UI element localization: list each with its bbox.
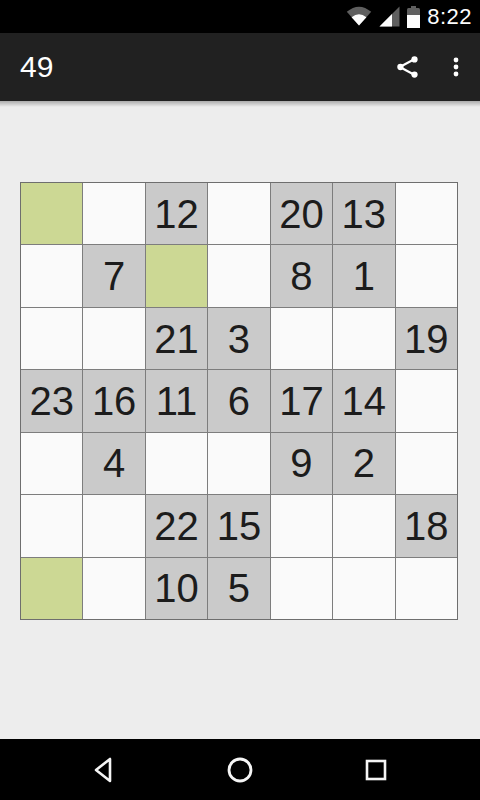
grid-cell[interactable]: 12 (146, 183, 207, 244)
grid-cell[interactable]: 1 (333, 245, 394, 306)
grid-cell[interactable] (333, 308, 394, 369)
grid-cell[interactable] (208, 245, 269, 306)
grid-cell[interactable]: 17 (271, 370, 332, 431)
app-bar-shadow (0, 101, 480, 107)
page-title: 49 (0, 50, 384, 84)
grid-cell[interactable]: 21 (146, 308, 207, 369)
grid-cell[interactable]: 13 (333, 183, 394, 244)
grid-cell[interactable]: 22 (146, 495, 207, 556)
grid-cell[interactable] (21, 495, 82, 556)
grid-cell[interactable]: 6 (208, 370, 269, 431)
battery-icon (407, 6, 420, 28)
grid-cell[interactable]: 19 (396, 308, 457, 369)
back-button[interactable] (84, 750, 124, 790)
grid-cell[interactable] (396, 433, 457, 494)
grid-cell[interactable] (146, 245, 207, 306)
recents-button[interactable] (356, 750, 396, 790)
home-button[interactable] (220, 750, 260, 790)
grid-cell[interactable]: 5 (208, 558, 269, 619)
grid-cell[interactable] (21, 245, 82, 306)
signal-icon (379, 6, 400, 27)
wifi-icon (346, 6, 372, 27)
grid-cell[interactable]: 16 (83, 370, 144, 431)
grid-cell[interactable] (83, 183, 144, 244)
share-icon (395, 54, 421, 80)
grid-cell[interactable]: 4 (83, 433, 144, 494)
grid-cell[interactable] (83, 495, 144, 556)
grid-cell[interactable]: 14 (333, 370, 394, 431)
grid-cell[interactable] (271, 308, 332, 369)
overflow-menu-icon (444, 55, 468, 79)
grid-cell[interactable]: 3 (208, 308, 269, 369)
grid-cell[interactable]: 15 (208, 495, 269, 556)
status-bar: 8:22 (0, 0, 480, 33)
phone-screen: 8:22 49 122013781213192316116171 (0, 0, 480, 800)
grid-cell[interactable] (208, 183, 269, 244)
back-icon (92, 756, 116, 784)
share-button[interactable] (384, 43, 432, 91)
grid-cell[interactable] (396, 558, 457, 619)
grid-cell[interactable]: 20 (271, 183, 332, 244)
grid-cell[interactable]: 2 (333, 433, 394, 494)
overflow-menu-button[interactable] (432, 43, 480, 91)
grid-cell[interactable] (396, 245, 457, 306)
grid-cell[interactable] (396, 183, 457, 244)
grid-cell[interactable] (396, 370, 457, 431)
grid-cell[interactable]: 18 (396, 495, 457, 556)
grid-cell[interactable] (146, 433, 207, 494)
grid-cell[interactable] (83, 308, 144, 369)
grid-cell[interactable] (21, 558, 82, 619)
home-icon (226, 756, 254, 784)
recents-icon (364, 758, 388, 782)
grid-cell[interactable] (271, 495, 332, 556)
grid-cell[interactable]: 23 (21, 370, 82, 431)
grid-cell[interactable]: 7 (83, 245, 144, 306)
grid-cell[interactable] (333, 495, 394, 556)
board: 1220137812131923161161714492221518105 (20, 182, 458, 620)
grid-cell[interactable] (21, 183, 82, 244)
grid-cell[interactable] (333, 558, 394, 619)
grid-cell[interactable] (21, 308, 82, 369)
grid-cell[interactable]: 9 (271, 433, 332, 494)
grid-cell[interactable]: 10 (146, 558, 207, 619)
grid-cell[interactable] (83, 558, 144, 619)
grid-cell[interactable]: 8 (271, 245, 332, 306)
grid-cell[interactable] (21, 433, 82, 494)
nav-bar (0, 739, 480, 800)
grid-cell[interactable] (208, 433, 269, 494)
grid-cell[interactable] (271, 558, 332, 619)
grid-cell[interactable]: 11 (146, 370, 207, 431)
app-bar: 49 (0, 33, 480, 101)
clock: 8:22 (427, 4, 472, 30)
